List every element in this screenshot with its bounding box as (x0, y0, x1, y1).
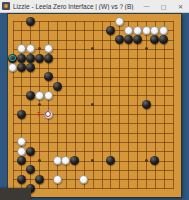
star-point (38, 103, 41, 106)
black-stone[interactable] (26, 54, 35, 63)
white-stone[interactable] (17, 44, 26, 53)
black-stone[interactable] (142, 100, 151, 109)
black-stone[interactable] (106, 156, 115, 165)
black-stone[interactable] (133, 35, 142, 44)
star-point (145, 159, 148, 162)
black-stone[interactable] (17, 110, 26, 119)
grid-line (13, 114, 174, 115)
grid-line (13, 170, 174, 171)
white-stone[interactable] (159, 26, 168, 35)
black-stone[interactable] (159, 35, 168, 44)
black-stone[interactable] (26, 147, 35, 156)
black-stone[interactable] (17, 175, 26, 184)
black-stone[interactable] (35, 54, 44, 63)
white-stone[interactable] (44, 110, 53, 119)
star-point (91, 47, 94, 50)
black-stone[interactable] (150, 35, 159, 44)
minimize-button[interactable]: — (138, 0, 155, 13)
star-point (38, 47, 41, 50)
white-stone[interactable] (61, 156, 70, 165)
white-stone[interactable] (17, 137, 26, 146)
star-point (91, 159, 94, 162)
status-panel (0, 188, 31, 200)
app-icon (2, 2, 10, 10)
black-stone[interactable] (8, 54, 17, 63)
white-stone[interactable] (142, 26, 151, 35)
window-title: Lizzie - Leela Zero Interface | (W) vs ?… (13, 3, 138, 10)
black-stone[interactable] (35, 175, 44, 184)
black-stone[interactable] (150, 156, 159, 165)
grid-line (13, 188, 174, 189)
black-stone[interactable] (26, 91, 35, 100)
white-stone[interactable] (8, 63, 17, 72)
grid-line (13, 151, 174, 152)
star-point (145, 47, 148, 50)
black-stone[interactable] (106, 26, 115, 35)
black-stone[interactable] (17, 54, 26, 63)
white-stone[interactable] (79, 175, 88, 184)
black-stone[interactable] (44, 54, 53, 63)
grid-line (13, 142, 174, 143)
grid-line (13, 133, 174, 134)
white-stone[interactable] (150, 26, 159, 35)
grid-line (173, 21, 174, 189)
grid-line (137, 21, 138, 189)
white-stone[interactable] (17, 147, 26, 156)
white-stone[interactable] (44, 91, 53, 100)
black-stone[interactable] (53, 82, 62, 91)
star-point (38, 159, 41, 162)
black-stone[interactable] (26, 17, 35, 26)
white-stone[interactable] (53, 156, 62, 165)
grid-line (102, 21, 103, 189)
white-stone[interactable] (133, 26, 142, 35)
grid-line (119, 21, 120, 189)
white-stone[interactable] (35, 91, 44, 100)
white-stone[interactable] (124, 26, 133, 35)
close-button[interactable]: ✕ (172, 0, 189, 13)
black-stone[interactable] (26, 165, 35, 174)
black-stone[interactable] (26, 63, 35, 72)
black-stone[interactable] (17, 63, 26, 72)
white-stone[interactable] (44, 44, 53, 53)
star-point (91, 103, 94, 106)
maximize-button[interactable]: ▢ (155, 0, 172, 13)
white-stone[interactable] (26, 44, 35, 53)
black-stone[interactable] (17, 156, 26, 165)
window-content: 7 (0, 13, 189, 200)
black-stone[interactable] (44, 72, 53, 81)
window-controls: — ▢ ✕ (138, 0, 189, 13)
title-bar: Lizzie - Leela Zero Interface | (W) vs ?… (0, 0, 189, 13)
black-stone[interactable] (124, 35, 133, 44)
grid-line (128, 21, 129, 189)
grid-line (13, 123, 174, 124)
white-stone[interactable] (115, 17, 124, 26)
black-stone[interactable] (115, 35, 124, 44)
grid-line (164, 21, 165, 189)
black-stone[interactable] (70, 156, 79, 165)
go-board[interactable]: 7 (8, 14, 181, 197)
white-stone[interactable] (53, 175, 62, 184)
